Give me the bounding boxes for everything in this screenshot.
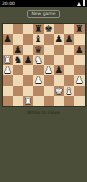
square-f8[interactable] — [54, 24, 64, 34]
square-c7[interactable] — [23, 34, 33, 44]
wifi-icon — [77, 2, 81, 6]
square-e8[interactable]: ♚ — [44, 24, 54, 34]
black-queen[interactable]: ♛ — [34, 45, 43, 55]
square-h6[interactable]: ♟ — [74, 45, 84, 55]
square-b2[interactable] — [13, 86, 23, 96]
chess-board[interactable]: ♜♚♜♟♝♟♟♟♛♟♜♞♟♞♟♟♟♟♟♚♝♜ — [2, 23, 86, 107]
square-a2[interactable] — [3, 86, 13, 96]
square-a5[interactable]: ♜ — [3, 55, 13, 65]
status-bar-clock: 20:00 — [2, 0, 15, 7]
square-b4[interactable] — [13, 65, 23, 75]
square-b8[interactable] — [13, 24, 23, 34]
square-e1[interactable] — [44, 96, 54, 106]
square-b6[interactable]: ♟ — [13, 45, 23, 55]
square-d8[interactable]: ♜ — [33, 24, 43, 34]
square-d5[interactable]: ♞ — [33, 55, 43, 65]
black-pawn[interactable]: ♟ — [65, 34, 74, 44]
status-bar: 20:00 — [0, 0, 87, 7]
square-h2[interactable] — [74, 86, 84, 96]
square-f1[interactable] — [54, 96, 64, 106]
square-g7[interactable]: ♟ — [64, 34, 74, 44]
square-d6[interactable]: ♛ — [33, 45, 43, 55]
square-f5[interactable] — [54, 55, 64, 65]
black-rook[interactable]: ♜ — [75, 24, 84, 34]
square-e2[interactable] — [44, 86, 54, 96]
white-knight[interactable]: ♞ — [34, 55, 43, 65]
square-b5[interactable]: ♞ — [13, 55, 23, 65]
square-f2[interactable]: ♚ — [54, 86, 64, 96]
white-rook[interactable]: ♜ — [24, 96, 33, 106]
square-a6[interactable] — [3, 45, 13, 55]
square-h4[interactable] — [74, 65, 84, 75]
white-pawn[interactable]: ♟ — [3, 65, 12, 75]
square-c4[interactable] — [23, 65, 33, 75]
square-c6[interactable] — [23, 45, 33, 55]
black-rook[interactable]: ♜ — [34, 24, 43, 34]
square-e6[interactable] — [44, 45, 54, 55]
square-d2[interactable] — [33, 86, 43, 96]
app-screen: 20:00 New game ♜♚♜♟♝♟♟♟♛♟♜♞♟♞♟♟♟♟♟♚♝♜ Wh… — [0, 0, 87, 182]
square-e3[interactable] — [44, 75, 54, 85]
square-g8[interactable] — [64, 24, 74, 34]
status-bar-icons — [77, 1, 85, 6]
white-king[interactable]: ♚ — [55, 86, 64, 96]
square-b1[interactable] — [13, 96, 23, 106]
battery-icon — [83, 1, 86, 6]
square-c5[interactable]: ♟ — [23, 55, 33, 65]
black-pawn[interactable]: ♟ — [24, 55, 33, 65]
square-d7[interactable]: ♝ — [33, 34, 43, 44]
new-game-button[interactable]: New game — [27, 10, 59, 18]
square-h1[interactable] — [74, 96, 84, 106]
square-d4[interactable] — [33, 65, 43, 75]
square-g5[interactable] — [64, 55, 74, 65]
black-bishop[interactable]: ♝ — [34, 34, 43, 44]
white-pawn[interactable]: ♟ — [75, 75, 84, 85]
square-a1[interactable] — [3, 96, 13, 106]
black-pawn[interactable]: ♟ — [75, 45, 84, 55]
square-e4[interactable]: ♟ — [44, 65, 54, 75]
black-pawn[interactable]: ♟ — [55, 34, 64, 44]
square-c8[interactable] — [23, 24, 33, 34]
black-pawn[interactable]: ♟ — [14, 45, 23, 55]
square-g4[interactable] — [64, 65, 74, 75]
square-a3[interactable] — [3, 75, 13, 85]
white-pawn[interactable]: ♟ — [34, 75, 43, 85]
square-h8[interactable]: ♜ — [74, 24, 84, 34]
white-bishop[interactable]: ♝ — [65, 86, 74, 96]
square-g3[interactable] — [64, 75, 74, 85]
square-b7[interactable] — [13, 34, 23, 44]
turn-indicator: White to move — [0, 110, 87, 115]
square-h5[interactable] — [74, 55, 84, 65]
square-a7[interactable]: ♟ — [3, 34, 13, 44]
square-g2[interactable]: ♝ — [64, 86, 74, 96]
square-c3[interactable] — [23, 75, 33, 85]
square-a8[interactable] — [3, 24, 13, 34]
square-e5[interactable] — [44, 55, 54, 65]
black-pawn[interactable]: ♟ — [55, 65, 64, 75]
black-knight[interactable]: ♞ — [14, 55, 23, 65]
square-h7[interactable] — [74, 34, 84, 44]
square-f4[interactable]: ♟ — [54, 65, 64, 75]
square-e7[interactable] — [44, 34, 54, 44]
square-a4[interactable]: ♟ — [3, 65, 13, 75]
square-d1[interactable] — [33, 96, 43, 106]
square-f3[interactable] — [54, 75, 64, 85]
square-h3[interactable]: ♟ — [74, 75, 84, 85]
square-g1[interactable] — [64, 96, 74, 106]
square-f7[interactable]: ♟ — [54, 34, 64, 44]
square-b3[interactable] — [13, 75, 23, 85]
white-rook[interactable]: ♜ — [3, 55, 12, 65]
black-king[interactable]: ♚ — [44, 24, 53, 34]
square-f6[interactable] — [54, 45, 64, 55]
square-c1[interactable]: ♜ — [23, 96, 33, 106]
square-c2[interactable] — [23, 86, 33, 96]
black-pawn[interactable]: ♟ — [3, 34, 12, 44]
white-pawn[interactable]: ♟ — [44, 65, 53, 75]
square-d3[interactable]: ♟ — [33, 75, 43, 85]
square-g6[interactable] — [64, 45, 74, 55]
